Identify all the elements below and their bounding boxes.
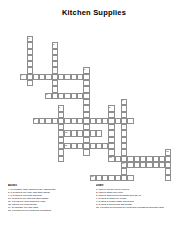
clue-number: 2: [53, 43, 54, 45]
grid-cell[interactable]: [127, 175, 133, 181]
clue-number: 13: [109, 156, 112, 158]
clue-number: 7: [59, 106, 60, 108]
across-clue-list: 4. to measure large amount of dry ingred…: [8, 188, 94, 212]
grid-cell[interactable]: [96, 130, 102, 136]
crossword-grid: 123456789101112131415: [14, 36, 178, 181]
down-clue-list: 1. used to cut the pizza in slices2. use…: [96, 188, 186, 209]
clue-number: 5: [46, 93, 47, 95]
grid-cell[interactable]: [27, 80, 33, 86]
clue-item: 15. it is used to peel fruits and vegeta…: [8, 209, 94, 212]
puzzle-title: Kitchen Supplies: [0, 8, 188, 17]
clue-item: 12. it is used to cut items like meat an…: [96, 206, 186, 209]
clue-number: 12: [166, 150, 169, 152]
down-clues-section: Down 1. used to cut the pizza in slices2…: [96, 184, 186, 243]
grid-cell[interactable]: [127, 118, 133, 124]
grid-cell[interactable]: [165, 175, 171, 181]
grid-cell[interactable]: [83, 149, 89, 155]
clue-number: 8: [109, 106, 110, 108]
clue-number: 14: [122, 162, 125, 164]
clue-number: 1: [28, 37, 29, 39]
clue-number: 9: [34, 118, 35, 120]
clue-number: 4: [21, 74, 22, 76]
clue-number: 6: [122, 99, 123, 101]
grid-cell[interactable]: [58, 156, 64, 162]
across-clues-section: Across 4. to measure large amount of dry…: [8, 184, 94, 243]
clue-number: 15: [91, 175, 94, 177]
clue-number: 10: [65, 131, 68, 133]
clue-number: 3: [84, 68, 85, 70]
clue-number: 11: [65, 144, 67, 146]
